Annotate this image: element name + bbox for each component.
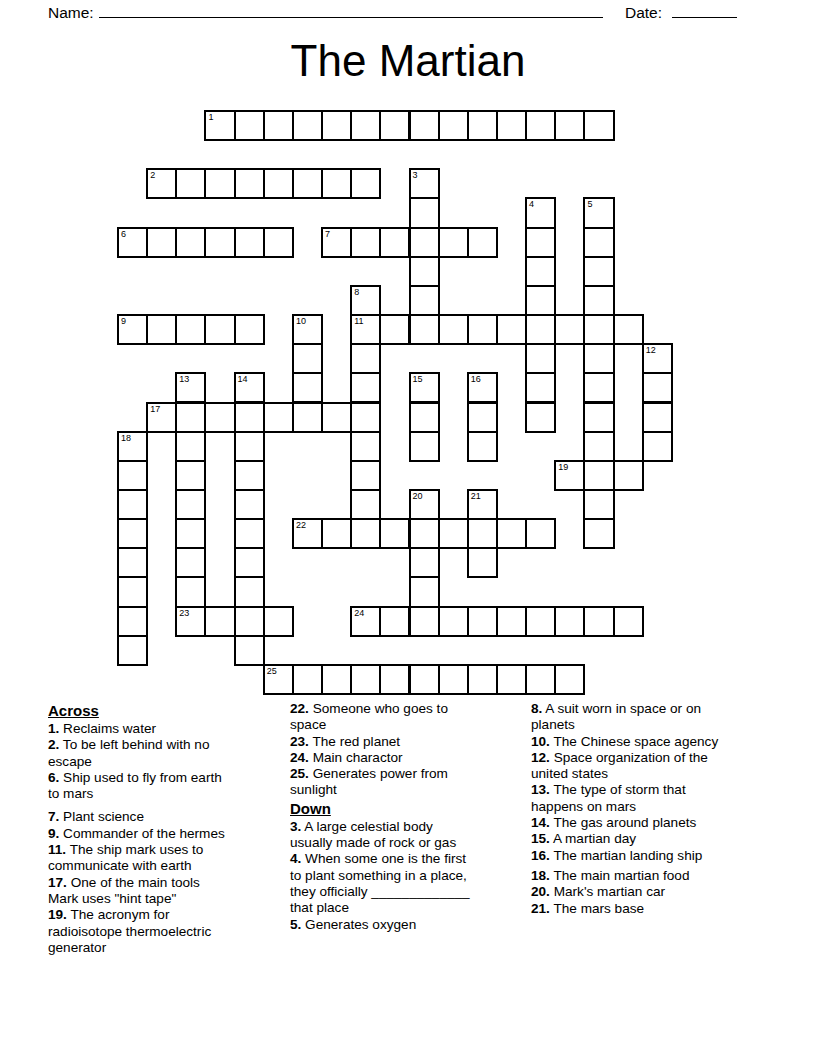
- grid-cell-r2c2[interactable]: [175, 168, 206, 199]
- grid-cell-r17c16[interactable]: [583, 606, 614, 637]
- grid-cell-r12c8[interactable]: [350, 460, 381, 491]
- grid-cell-r14c12[interactable]: [467, 518, 498, 549]
- date-line: [672, 2, 737, 18]
- name-label: Name:: [48, 4, 94, 22]
- grid-cell-r16c4[interactable]: [234, 576, 265, 607]
- grid-cell-r7c14[interactable]: [525, 314, 556, 345]
- grid-cell-r16c10[interactable]: [409, 576, 440, 607]
- grid-cell-r9c6[interactable]: [292, 372, 323, 403]
- grid-cell-r19c8[interactable]: [350, 664, 381, 695]
- grid-cell-r16c2[interactable]: [175, 576, 206, 607]
- clue-text: One of the main tools Mark uses "hint ta…: [48, 875, 200, 906]
- clue-text: When some one is the first to plant some…: [290, 851, 470, 915]
- clue-number: 11.: [48, 842, 66, 857]
- grid-cell-r15c4[interactable]: [234, 547, 265, 578]
- grid-cell-r7c17[interactable]: [613, 314, 644, 345]
- grid-cell-r8c16[interactable]: [583, 343, 614, 374]
- clue-7: 7. Plant science: [48, 809, 290, 825]
- grid-cell-r19c11[interactable]: [438, 664, 469, 695]
- grid-cell-r8c18[interactable]: 12: [642, 343, 673, 374]
- clue-text: The Chinese space agency: [550, 734, 718, 749]
- clue-25: 25. Generates power from sunlight: [290, 766, 532, 799]
- clue-number: 7.: [48, 809, 59, 824]
- grid-cell-r9c12[interactable]: 16: [467, 372, 498, 403]
- grid-cell-r6c16[interactable]: [583, 285, 614, 316]
- clue-number: 4.: [290, 851, 301, 866]
- grid-cell-r17c10[interactable]: [409, 606, 440, 637]
- grid-cell-r15c2[interactable]: [175, 547, 206, 578]
- clue-text: Main charactor: [309, 750, 403, 765]
- clue-21: 21. The mars base: [531, 901, 773, 917]
- clue-number: 25.: [290, 766, 309, 781]
- grid-cell-r0c15[interactable]: [554, 110, 585, 141]
- grid-cell-r11c16[interactable]: [583, 431, 614, 462]
- clue-number: 13.: [531, 782, 550, 797]
- worksheet-page: Name: Date: The Martian 1234567811910121…: [0, 0, 816, 1056]
- grid-cell-r10c8[interactable]: [350, 402, 381, 433]
- clue-text: The acronym for radioisotope thermoelect…: [48, 907, 211, 955]
- grid-cell-r13c16[interactable]: [583, 489, 614, 520]
- grid-cell-r7c3[interactable]: [204, 314, 235, 345]
- clue-column-3: 8. A suit worn in space or on planets10.…: [531, 701, 773, 917]
- grid-cell-r17c14[interactable]: [525, 606, 556, 637]
- grid-cell-r4c4[interactable]: [234, 227, 265, 258]
- grid-cell-r2c7[interactable]: [321, 168, 352, 199]
- grid-cell-r15c0[interactable]: [117, 547, 148, 578]
- grid-cell-r13c2[interactable]: [175, 489, 206, 520]
- clue-number: 23.: [290, 734, 309, 749]
- grid-cell-r5c14[interactable]: [525, 256, 556, 287]
- grid-cell-r17c0[interactable]: [117, 606, 148, 637]
- grid-cell-r19c10[interactable]: [409, 664, 440, 695]
- grid-cell-r17c9[interactable]: [379, 606, 410, 637]
- cell-number: 2: [150, 171, 155, 180]
- clue-12: 12. Space organization of the united sta…: [531, 750, 773, 783]
- clue-18: 18. The main martian food: [531, 868, 773, 884]
- name-line: [99, 2, 603, 18]
- grid-cell-r9c2[interactable]: 13: [175, 372, 206, 403]
- grid-cell-r4c11[interactable]: [438, 227, 469, 258]
- grid-cell-r19c5[interactable]: 25: [263, 664, 294, 695]
- clue-8: 8. A suit worn in space or on planets: [531, 701, 773, 734]
- cell-number: 19: [558, 463, 568, 472]
- grid-cell-r0c5[interactable]: [263, 110, 294, 141]
- grid-cell-r10c3[interactable]: [204, 402, 235, 433]
- cell-number: 24: [354, 609, 364, 618]
- grid-cell-r14c9[interactable]: [379, 518, 410, 549]
- grid-cell-r15c12[interactable]: [467, 547, 498, 578]
- grid-cell-r11c2[interactable]: [175, 431, 206, 462]
- grid-cell-r11c4[interactable]: [234, 431, 265, 462]
- grid-cell-r10c1[interactable]: 17: [146, 402, 177, 433]
- clue-10: 10. The Chinese space agency: [531, 734, 773, 750]
- grid-cell-r14c11[interactable]: [438, 518, 469, 549]
- cell-number: 18: [121, 434, 131, 443]
- grid-cell-r7c8[interactable]: 11: [350, 314, 381, 345]
- clue-13: 13. The type of storm that happens on ma…: [531, 782, 773, 815]
- grid-cell-r17c4[interactable]: [234, 606, 265, 637]
- clue-number: 17.: [48, 875, 67, 890]
- grid-cell-r3c16[interactable]: 5: [583, 197, 614, 228]
- clue-number: 12.: [531, 750, 550, 765]
- clue-number: 19.: [48, 907, 67, 922]
- cell-number: 15: [413, 375, 423, 384]
- clue-text: A large celestial body usually made of r…: [290, 819, 456, 850]
- clue-5: 5. Generates oxygen: [290, 917, 532, 933]
- clue-column-2: 22. Someone who goes to space23. The red…: [290, 701, 532, 933]
- grid-cell-r17c13[interactable]: [496, 606, 527, 637]
- grid-cell-r10c5[interactable]: [263, 402, 294, 433]
- grid-cell-r18c0[interactable]: [117, 635, 148, 666]
- clue-17: 17. One of the main tools Mark uses "hin…: [48, 875, 290, 908]
- grid-cell-r0c7[interactable]: [321, 110, 352, 141]
- grid-cell-r19c14[interactable]: [525, 664, 556, 695]
- clue-text: The ship mark uses to communicate with e…: [48, 842, 203, 873]
- grid-cell-r14c16[interactable]: [583, 518, 614, 549]
- grid-cell-r5c10[interactable]: [409, 256, 440, 287]
- cell-number: 20: [413, 492, 423, 501]
- cell-number: 17: [150, 405, 160, 414]
- grid-cell-r17c12[interactable]: [467, 606, 498, 637]
- grid-cell-r7c11[interactable]: [438, 314, 469, 345]
- grid-cell-r14c14[interactable]: [525, 518, 556, 549]
- grid-cell-r7c16[interactable]: [583, 314, 614, 345]
- clue-number: 6.: [48, 770, 59, 785]
- clue-text: Plant science: [59, 809, 144, 824]
- grid-cell-r17c2[interactable]: 23: [175, 606, 206, 637]
- grid-cell-r10c7[interactable]: [321, 402, 352, 433]
- grid-cell-r14c10[interactable]: [409, 518, 440, 549]
- grid-cell-r13c4[interactable]: [234, 489, 265, 520]
- grid-cell-r0c11[interactable]: [438, 110, 469, 141]
- clue-text: Someone who goes to space: [290, 701, 448, 732]
- grid-cell-r2c6[interactable]: [292, 168, 323, 199]
- clue-number: 8.: [531, 701, 542, 716]
- grid-cell-r17c11[interactable]: [438, 606, 469, 637]
- clue-text: The red planet: [309, 734, 400, 749]
- clue-text: Commander of the hermes: [59, 826, 224, 841]
- grid-cell-r7c1[interactable]: [146, 314, 177, 345]
- cell-number: 10: [296, 317, 306, 326]
- cell-number: 4: [529, 200, 534, 209]
- clue-text: The mars base: [550, 901, 644, 916]
- grid-cell-r7c2[interactable]: [175, 314, 206, 345]
- grid-cell-r17c15[interactable]: [554, 606, 585, 637]
- grid-cell-r0c12[interactable]: [467, 110, 498, 141]
- grid-cell-r11c12[interactable]: [467, 431, 498, 462]
- grid-cell-r13c12[interactable]: 21: [467, 489, 498, 520]
- grid-cell-r12c17[interactable]: [613, 460, 644, 491]
- clue-text: The main martian food: [550, 868, 690, 883]
- clue-number: 9.: [48, 826, 59, 841]
- grid-cell-r19c6[interactable]: [292, 664, 323, 695]
- clue-number: 1.: [48, 721, 59, 736]
- cell-number: 7: [325, 230, 330, 239]
- grid-cell-r14c6[interactable]: 22: [292, 518, 323, 549]
- clue-text: The gas around planets: [550, 815, 696, 830]
- grid-cell-r14c7[interactable]: [321, 518, 352, 549]
- grid-cell-r7c4[interactable]: [234, 314, 265, 345]
- cell-number: 21: [471, 492, 481, 501]
- grid-cell-r18c4[interactable]: [234, 635, 265, 666]
- grid-cell-r8c8[interactable]: [350, 343, 381, 374]
- grid-cell-r9c4[interactable]: 14: [234, 372, 265, 403]
- clue-column-1: Across1. Reclaims water2. To be left beh…: [48, 701, 290, 956]
- grid-cell-r19c12[interactable]: [467, 664, 498, 695]
- grid-cell-r0c16[interactable]: [583, 110, 614, 141]
- cell-number: 14: [238, 375, 248, 384]
- grid-cell-r10c12[interactable]: [467, 402, 498, 433]
- grid-cell-r8c14[interactable]: [525, 343, 556, 374]
- grid-cell-r11c0[interactable]: 18: [117, 431, 148, 462]
- grid-cell-r5c16[interactable]: [583, 256, 614, 287]
- clue-11: 11. The ship mark uses to communicate wi…: [48, 842, 290, 875]
- grid-cell-r10c14[interactable]: [525, 402, 556, 433]
- grid-cell-r0c4[interactable]: [234, 110, 265, 141]
- cell-number: 9: [121, 317, 126, 326]
- clue-number: 20.: [531, 884, 550, 899]
- grid-cell-r17c5[interactable]: [263, 606, 294, 637]
- grid-cell-r0c13[interactable]: [496, 110, 527, 141]
- clue-number: 24.: [290, 750, 309, 765]
- grid-cell-r10c10[interactable]: [409, 402, 440, 433]
- clue-number: 3.: [290, 819, 301, 834]
- clue-20: 20. Mark's martian car: [531, 884, 773, 900]
- clue-text: To be left behind with no escape: [48, 737, 210, 768]
- grid-cell-r14c8[interactable]: [350, 518, 381, 549]
- clue-number: 21.: [531, 901, 550, 916]
- grid-cell-r9c16[interactable]: [583, 372, 614, 403]
- grid-cell-r3c10[interactable]: [409, 197, 440, 228]
- grid-cell-r4c1[interactable]: [146, 227, 177, 258]
- grid-cell-r14c4[interactable]: [234, 518, 265, 549]
- grid-cell-r2c4[interactable]: [234, 168, 265, 199]
- grid-cell-r12c0[interactable]: [117, 460, 148, 491]
- date-label: Date:: [625, 4, 662, 22]
- clue-number: 14.: [531, 815, 550, 830]
- grid-cell-r11c18[interactable]: [642, 431, 673, 462]
- clue-text: The type of storm that happens on mars: [531, 782, 686, 813]
- clue-text: Reclaims water: [59, 721, 156, 736]
- grid-cell-r10c18[interactable]: [642, 402, 673, 433]
- clue-text: Ship used to fly from earth to mars: [48, 770, 222, 801]
- grid-cell-r19c15[interactable]: [554, 664, 585, 695]
- clue-number: 2.: [48, 737, 59, 752]
- clue-9: 9. Commander of the hermes: [48, 826, 290, 842]
- grid-cell-r7c0[interactable]: 9: [117, 314, 148, 345]
- cell-number: 5: [587, 200, 592, 209]
- grid-cell-r6c8[interactable]: 8: [350, 285, 381, 316]
- grid-cell-r15c10[interactable]: [409, 547, 440, 578]
- clue-19: 19. The acronym for radioisotope thermoe…: [48, 907, 290, 956]
- grid-cell-r7c10[interactable]: [409, 314, 440, 345]
- cell-number: 23: [179, 609, 189, 618]
- grid-cell-r7c13[interactable]: [496, 314, 527, 345]
- grid-cell-r7c15[interactable]: [554, 314, 585, 345]
- grid-cell-r19c7[interactable]: [321, 664, 352, 695]
- clue-22: 22. Someone who goes to space: [290, 701, 532, 734]
- clue-number: 16.: [531, 848, 550, 863]
- grid-cell-r13c0[interactable]: [117, 489, 148, 520]
- grid-cell-r4c7[interactable]: 7: [321, 227, 352, 258]
- grid-cell-r12c2[interactable]: [175, 460, 206, 491]
- grid-cell-r4c2[interactable]: [175, 227, 206, 258]
- cell-number: 3: [413, 171, 418, 180]
- grid-cell-r12c15[interactable]: 19: [554, 460, 585, 491]
- grid-cell-r11c8[interactable]: [350, 431, 381, 462]
- grid-cell-r0c10[interactable]: [409, 110, 440, 141]
- grid-cell-r13c8[interactable]: [350, 489, 381, 520]
- grid-cell-r2c3[interactable]: [204, 168, 235, 199]
- clue-number: 18.: [531, 868, 550, 883]
- grid-cell-r12c16[interactable]: [583, 460, 614, 491]
- clue-text: A suit worn in space or on planets: [531, 701, 701, 732]
- grid-cell-r9c10[interactable]: 15: [409, 372, 440, 403]
- grid-cell-r14c0[interactable]: [117, 518, 148, 549]
- clue-16: 16. The martian landing ship: [531, 848, 773, 864]
- grid-cell-r0c3[interactable]: 1: [204, 110, 235, 141]
- grid-cell-r17c17[interactable]: [613, 606, 644, 637]
- clue-4: 4. When some one is the first to plant s…: [290, 851, 532, 916]
- grid-cell-r10c4[interactable]: [234, 402, 265, 433]
- clue-text: A martian day: [550, 831, 636, 846]
- cell-number: 11: [354, 317, 363, 326]
- grid-cell-r10c6[interactable]: [292, 402, 323, 433]
- clue-number: 15.: [531, 831, 550, 846]
- clue-number: 10.: [531, 734, 550, 749]
- grid-cell-r13c10[interactable]: 20: [409, 489, 440, 520]
- cell-number: 12: [646, 346, 656, 355]
- grid-cell-r2c5[interactable]: [263, 168, 294, 199]
- grid-cell-r2c8[interactable]: [350, 168, 381, 199]
- cell-number: 22: [296, 521, 306, 530]
- cell-number: 8: [354, 288, 359, 297]
- grid-cell-r0c14[interactable]: [525, 110, 556, 141]
- grid-cell-r17c3[interactable]: [204, 606, 235, 637]
- grid-cell-r2c1[interactable]: 2: [146, 168, 177, 199]
- cell-number: 16: [471, 375, 481, 384]
- clue-text: Space organization of the united states: [531, 750, 708, 781]
- grid-cell-r4c5[interactable]: [263, 227, 294, 258]
- grid-cell-r0c9[interactable]: [379, 110, 410, 141]
- grid-cell-r6c10[interactable]: [409, 285, 440, 316]
- grid-cell-r4c14[interactable]: [525, 227, 556, 258]
- grid-cell-r4c0[interactable]: 6: [117, 227, 148, 258]
- grid-cell-r7c12[interactable]: [467, 314, 498, 345]
- grid-cell-r7c6[interactable]: 10: [292, 314, 323, 345]
- grid-cell-r14c13[interactable]: [496, 518, 527, 549]
- grid-cell-r19c13[interactable]: [496, 664, 527, 695]
- grid-cell-r10c2[interactable]: [175, 402, 206, 433]
- grid-cell-r4c9[interactable]: [379, 227, 410, 258]
- grid-cell-r4c8[interactable]: [350, 227, 381, 258]
- down-heading: Down: [290, 799, 532, 819]
- clue-text: Generates oxygen: [301, 917, 416, 932]
- grid-cell-r19c9[interactable]: [379, 664, 410, 695]
- grid-cell-r9c8[interactable]: [350, 372, 381, 403]
- grid-cell-r16c0[interactable]: [117, 576, 148, 607]
- grid-cell-r2c10[interactable]: 3: [409, 168, 440, 199]
- grid-cell-r4c12[interactable]: [467, 227, 498, 258]
- grid-cell-r17c8[interactable]: 24: [350, 606, 381, 637]
- grid-cell-r12c4[interactable]: [234, 460, 265, 491]
- grid-cell-r14c2[interactable]: [175, 518, 206, 549]
- grid-cell-r6c14[interactable]: [525, 285, 556, 316]
- grid-cell-r0c6[interactable]: [292, 110, 323, 141]
- grid-cell-r9c18[interactable]: [642, 372, 673, 403]
- clue-6: 6. Ship used to fly from earth to mars: [48, 770, 290, 803]
- clue-3: 3. A large celestial body usually made o…: [290, 819, 532, 852]
- grid-cell-r3c14[interactable]: 4: [525, 197, 556, 228]
- grid-cell-r0c8[interactable]: [350, 110, 381, 141]
- grid-cell-r4c16[interactable]: [583, 227, 614, 258]
- cell-number: 6: [121, 230, 126, 239]
- grid-cell-r4c10[interactable]: [409, 227, 440, 258]
- clue-15: 15. A martian day: [531, 831, 773, 847]
- cell-number: 13: [179, 375, 189, 384]
- clue-text: Generates power from sunlight: [290, 766, 448, 797]
- clue-14: 14. The gas around planets: [531, 815, 773, 831]
- puzzle-title: The Martian: [0, 36, 816, 86]
- clue-text: The martian landing ship: [550, 848, 702, 863]
- grid-cell-r7c9[interactable]: [379, 314, 410, 345]
- grid-cell-r4c3[interactable]: [204, 227, 235, 258]
- clue-1: 1. Reclaims water: [48, 721, 290, 737]
- grid-cell-r10c16[interactable]: [583, 402, 614, 433]
- cell-number: 1: [208, 113, 213, 122]
- clue-text: Mark's martian car: [550, 884, 665, 899]
- clue-23: 23. The red planet: [290, 734, 532, 750]
- cell-number: 25: [267, 667, 277, 676]
- clue-2: 2. To be left behind with no escape: [48, 737, 290, 770]
- across-heading: Across: [48, 701, 290, 721]
- clue-number: 22.: [290, 701, 309, 716]
- grid-cell-r11c10[interactable]: [409, 431, 440, 462]
- clue-24: 24. Main charactor: [290, 750, 532, 766]
- grid-cell-r9c14[interactable]: [525, 372, 556, 403]
- grid-cell-r8c6[interactable]: [292, 343, 323, 374]
- clue-number: 5.: [290, 917, 301, 932]
